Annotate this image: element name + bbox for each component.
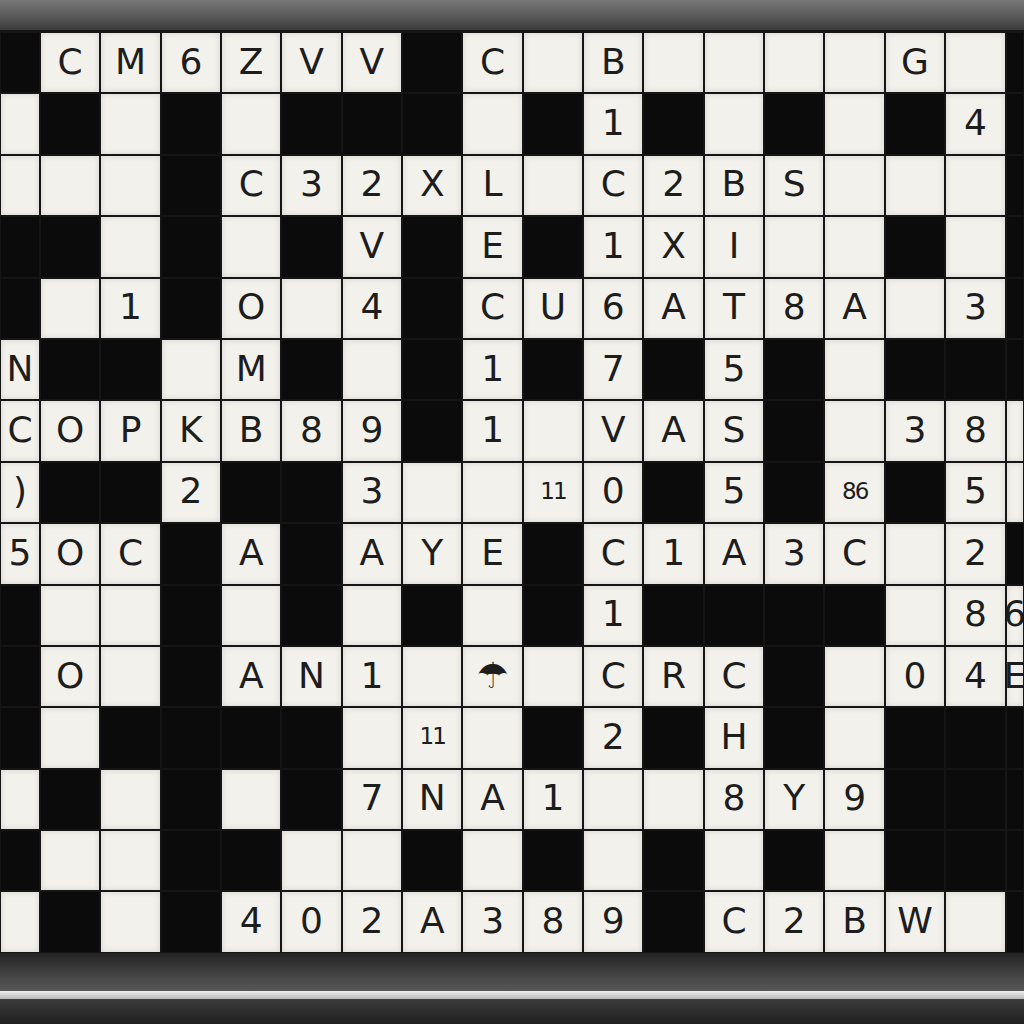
cell-r4c9[interactable]: U xyxy=(523,278,583,339)
cell-glyph: R xyxy=(661,658,686,694)
block-cell-r8c3 xyxy=(161,523,221,584)
cell-r14c0[interactable] xyxy=(0,891,40,952)
cell-r6c15[interactable]: 3 xyxy=(885,400,945,461)
cell-glyph: 3 xyxy=(783,535,806,571)
cell-r4c16[interactable]: 3 xyxy=(945,278,1005,339)
cell-r6c6[interactable]: 9 xyxy=(342,400,402,461)
block-cell-r4c7 xyxy=(402,278,462,339)
cell-r7c16[interactable]: 5 xyxy=(945,462,1005,523)
cell-glyph: 1 xyxy=(541,780,564,816)
block-cell-r4c17 xyxy=(1006,278,1024,339)
cell-r4c15[interactable] xyxy=(885,278,945,339)
cell-r5c12[interactable]: 5 xyxy=(704,339,764,400)
cell-r3c8[interactable]: E xyxy=(462,216,522,277)
cell-r8c4[interactable]: A xyxy=(221,523,281,584)
cell-r10c8[interactable]: ☂ xyxy=(462,646,522,707)
cell-r11c14[interactable] xyxy=(824,707,884,768)
cell-glyph: 9 xyxy=(602,903,625,939)
cell-r8c15[interactable] xyxy=(885,523,945,584)
cell-glyph: 2 xyxy=(360,903,383,939)
cell-r14c5[interactable]: 0 xyxy=(281,891,341,952)
cell-glyph: W xyxy=(897,903,933,939)
cell-r10c15[interactable]: 0 xyxy=(885,646,945,707)
cell-r3c13[interactable] xyxy=(764,216,824,277)
block-cell-r12c16 xyxy=(945,769,1005,830)
cell-r5c8[interactable]: 1 xyxy=(462,339,522,400)
cell-glyph: 3 xyxy=(964,289,987,325)
cell-glyph: M xyxy=(115,44,146,80)
cell-r0c1[interactable]: C xyxy=(40,32,100,93)
cell-glyph: 1 xyxy=(602,228,625,264)
cell-glyph: C xyxy=(480,289,505,325)
cell-r8c14[interactable]: C xyxy=(824,523,884,584)
cell-r3c11[interactable]: X xyxy=(643,216,703,277)
cell-glyph: S xyxy=(783,166,806,202)
cell-r9c4[interactable] xyxy=(221,585,281,646)
cell-r7c14[interactable]: 86 xyxy=(824,462,884,523)
cell-glyph: 7 xyxy=(360,780,383,816)
cell-r1c0[interactable] xyxy=(0,93,40,154)
cell-r1c8[interactable] xyxy=(462,93,522,154)
cell-glyph: 1 xyxy=(481,351,504,387)
cell-r2c14[interactable] xyxy=(824,155,884,216)
cell-r0c15[interactable]: G xyxy=(885,32,945,93)
cell-glyph: 4 xyxy=(240,903,263,939)
cell-glyph: 5 xyxy=(723,351,746,387)
cell-r6c2[interactable]: P xyxy=(100,400,160,461)
cell-r1c10[interactable]: 1 xyxy=(583,93,643,154)
cell-glyph: 8 xyxy=(541,903,564,939)
cell-r3c12[interactable]: I xyxy=(704,216,764,277)
cell-r9c8[interactable] xyxy=(462,585,522,646)
cell-glyph: C xyxy=(721,903,746,939)
block-cell-r5c1 xyxy=(40,339,100,400)
cell-r8c12[interactable]: A xyxy=(704,523,764,584)
cell-r12c12[interactable]: 8 xyxy=(704,769,764,830)
cell-r10c1[interactable]: O xyxy=(40,646,100,707)
cell-r6c1[interactable]: O xyxy=(40,400,100,461)
block-cell-r5c5 xyxy=(281,339,341,400)
cell-glyph: U xyxy=(540,289,566,325)
cell-glyph: O xyxy=(56,535,84,571)
cell-r2c7[interactable]: X xyxy=(402,155,462,216)
cell-glyph: A xyxy=(722,535,747,571)
cell-r11c8[interactable] xyxy=(462,707,522,768)
cell-glyph: V xyxy=(360,228,385,264)
cell-r0c14[interactable] xyxy=(824,32,884,93)
block-cell-r0c0 xyxy=(0,32,40,93)
block-cell-r7c15 xyxy=(885,462,945,523)
cell-r3c4[interactable] xyxy=(221,216,281,277)
cell-r2c2[interactable] xyxy=(100,155,160,216)
cell-r1c14[interactable] xyxy=(824,93,884,154)
cell-glyph: N xyxy=(419,780,446,816)
cell-glyph: C xyxy=(601,535,626,571)
cell-r8c16[interactable]: 2 xyxy=(945,523,1005,584)
cell-r7c7[interactable] xyxy=(402,462,462,523)
cell-r4c14[interactable]: A xyxy=(824,278,884,339)
cell-r7c9[interactable]: 11 xyxy=(523,462,583,523)
block-cell-r5c17 xyxy=(1006,339,1024,400)
cell-glyph: 4 xyxy=(964,658,987,694)
cell-glyph: N xyxy=(7,351,34,387)
cell-glyph: 8 xyxy=(300,412,323,448)
cell-r0c12[interactable] xyxy=(704,32,764,93)
cell-r8c7[interactable]: Y xyxy=(402,523,462,584)
cell-r11c1[interactable] xyxy=(40,707,100,768)
cell-r8c11[interactable]: 1 xyxy=(643,523,703,584)
cell-r5c4[interactable]: M xyxy=(221,339,281,400)
block-cell-r11c3 xyxy=(161,707,221,768)
cell-r6c12[interactable]: S xyxy=(704,400,764,461)
cell-glyph: C xyxy=(601,166,626,202)
cell-r0c13[interactable] xyxy=(764,32,824,93)
block-cell-r7c2 xyxy=(100,462,160,523)
table-surface-bottom xyxy=(0,953,1024,1024)
cell-glyph: 1 xyxy=(481,412,504,448)
cell-r6c14[interactable] xyxy=(824,400,884,461)
cell-r2c10[interactable]: C xyxy=(583,155,643,216)
cell-r7c0[interactable]: ) xyxy=(0,462,40,523)
cell-glyph: ☂ xyxy=(476,658,508,694)
cell-r14c4[interactable]: 4 xyxy=(221,891,281,952)
cell-r0c8[interactable]: C xyxy=(462,32,522,93)
cell-r0c2[interactable]: M xyxy=(100,32,160,93)
cell-r2c8[interactable]: L xyxy=(462,155,522,216)
cell-r1c16[interactable]: 4 xyxy=(945,93,1005,154)
cell-r2c16[interactable] xyxy=(945,155,1005,216)
cell-r1c2[interactable] xyxy=(100,93,160,154)
cell-r14c10[interactable]: 9 xyxy=(583,891,643,952)
block-cell-r5c15 xyxy=(885,339,945,400)
cell-r12c13[interactable]: Y xyxy=(764,769,824,830)
cell-r2c4[interactable]: C xyxy=(221,155,281,216)
block-cell-r14c11 xyxy=(643,891,703,952)
cell-r14c8[interactable]: 3 xyxy=(462,891,522,952)
block-cell-r13c13 xyxy=(764,830,824,891)
cell-r4c12[interactable]: T xyxy=(704,278,764,339)
cell-r8c2[interactable]: C xyxy=(100,523,160,584)
cell-r14c13[interactable]: 2 xyxy=(764,891,824,952)
cell-r10c9[interactable] xyxy=(523,646,583,707)
cell-r10c16[interactable]: 4 xyxy=(945,646,1005,707)
cell-r7c10[interactable]: 0 xyxy=(583,462,643,523)
cell-r0c11[interactable] xyxy=(643,32,703,93)
cell-glyph: O xyxy=(56,658,84,694)
cell-glyph: C xyxy=(7,412,32,448)
cell-r14c16[interactable] xyxy=(945,891,1005,952)
cell-r4c5[interactable] xyxy=(281,278,341,339)
cell-glyph: 11 xyxy=(420,725,445,748)
cell-r7c6[interactable]: 3 xyxy=(342,462,402,523)
cell-r2c5[interactable]: 3 xyxy=(281,155,341,216)
cell-r6c0[interactable]: C xyxy=(0,400,40,461)
cell-glyph: A xyxy=(360,535,385,571)
block-cell-r14c17 xyxy=(1006,891,1024,952)
cell-glyph: 1 xyxy=(119,289,142,325)
cell-r6c9[interactable] xyxy=(523,400,583,461)
cell-glyph: 7 xyxy=(602,351,625,387)
cell-glyph: Y xyxy=(421,535,443,571)
cell-r13c14[interactable] xyxy=(824,830,884,891)
cell-r9c6[interactable] xyxy=(342,585,402,646)
cell-glyph: E xyxy=(481,535,504,571)
cell-r12c7[interactable]: N xyxy=(402,769,462,830)
cell-r4c2[interactable]: 1 xyxy=(100,278,160,339)
cell-r8c0[interactable]: 5 xyxy=(0,523,40,584)
cell-r2c11[interactable]: 2 xyxy=(643,155,703,216)
cell-glyph: A xyxy=(661,289,686,325)
cell-r9c10[interactable]: 1 xyxy=(583,585,643,646)
block-cell-r11c0 xyxy=(0,707,40,768)
cell-r4c4[interactable]: O xyxy=(221,278,281,339)
cell-r12c14[interactable]: 9 xyxy=(824,769,884,830)
cell-r9c1[interactable] xyxy=(40,585,100,646)
block-cell-r11c9 xyxy=(523,707,583,768)
block-cell-r1c11 xyxy=(643,93,703,154)
block-cell-r13c9 xyxy=(523,830,583,891)
block-cell-r9c12 xyxy=(704,585,764,646)
block-cell-r9c0 xyxy=(0,585,40,646)
block-cell-r2c17 xyxy=(1006,155,1024,216)
cell-r10c5[interactable]: N xyxy=(281,646,341,707)
cell-r13c8[interactable] xyxy=(462,830,522,891)
cell-glyph: A xyxy=(239,535,264,571)
block-cell-r1c17 xyxy=(1006,93,1024,154)
cell-r14c9[interactable]: 8 xyxy=(523,891,583,952)
cell-r2c13[interactable]: S xyxy=(764,155,824,216)
cell-glyph: N xyxy=(298,658,325,694)
block-cell-r10c0 xyxy=(0,646,40,707)
cell-glyph: C xyxy=(601,658,626,694)
cell-r11c12[interactable]: H xyxy=(704,707,764,768)
cell-r3c14[interactable] xyxy=(824,216,884,277)
cell-r10c4[interactable]: A xyxy=(221,646,281,707)
cell-r7c17[interactable] xyxy=(1006,462,1024,523)
cell-glyph: 8 xyxy=(964,412,987,448)
cell-glyph: 0 xyxy=(300,903,323,939)
block-cell-r10c13 xyxy=(764,646,824,707)
block-cell-r13c4 xyxy=(221,830,281,891)
cell-r0c10[interactable]: B xyxy=(583,32,643,93)
cell-r2c15[interactable] xyxy=(885,155,945,216)
cell-glyph: 11 xyxy=(540,480,565,503)
table-surface-lower xyxy=(0,999,1024,1024)
cell-r0c3[interactable]: 6 xyxy=(161,32,221,93)
cell-r6c17[interactable] xyxy=(1006,400,1024,461)
block-cell-r5c7 xyxy=(402,339,462,400)
cell-r2c0[interactable] xyxy=(0,155,40,216)
cell-r4c1[interactable] xyxy=(40,278,100,339)
cell-glyph: 1 xyxy=(360,658,383,694)
cell-glyph: C xyxy=(721,658,746,694)
cell-r1c12[interactable] xyxy=(704,93,764,154)
cell-glyph: 6 xyxy=(602,289,625,325)
block-cell-r0c7 xyxy=(402,32,462,93)
cell-glyph: 1 xyxy=(662,535,685,571)
cell-glyph: Z xyxy=(239,44,264,80)
cell-r14c7[interactable]: A xyxy=(402,891,462,952)
block-cell-r1c15 xyxy=(885,93,945,154)
cell-r10c12[interactable]: C xyxy=(704,646,764,707)
cell-r6c3[interactable]: K xyxy=(161,400,221,461)
cell-r9c16[interactable]: 8 xyxy=(945,585,1005,646)
cell-glyph: X xyxy=(420,166,445,202)
cell-r4c11[interactable]: A xyxy=(643,278,703,339)
cell-r14c6[interactable]: 2 xyxy=(342,891,402,952)
cell-r5c3[interactable] xyxy=(161,339,221,400)
block-cell-r4c0 xyxy=(0,278,40,339)
cell-r13c2[interactable] xyxy=(100,830,160,891)
cell-glyph: Y xyxy=(783,780,805,816)
cell-r13c6[interactable] xyxy=(342,830,402,891)
cell-r8c10[interactable]: C xyxy=(583,523,643,584)
block-cell-r11c13 xyxy=(764,707,824,768)
cell-r0c6[interactable]: V xyxy=(342,32,402,93)
cell-r10c14[interactable] xyxy=(824,646,884,707)
cell-glyph: C xyxy=(239,166,264,202)
cell-r12c9[interactable]: 1 xyxy=(523,769,583,830)
cell-r7c12[interactable]: 5 xyxy=(704,462,764,523)
cell-glyph: 4 xyxy=(360,289,383,325)
cell-r10c10[interactable]: C xyxy=(583,646,643,707)
cell-r2c1[interactable] xyxy=(40,155,100,216)
cell-r14c12[interactable]: C xyxy=(704,891,764,952)
cell-r6c4[interactable]: B xyxy=(221,400,281,461)
cell-r6c10[interactable]: V xyxy=(583,400,643,461)
cell-r4c13[interactable]: 8 xyxy=(764,278,824,339)
cell-r4c10[interactable]: 6 xyxy=(583,278,643,339)
block-cell-r5c13 xyxy=(764,339,824,400)
block-cell-r10c3 xyxy=(161,646,221,707)
cell-r13c10[interactable] xyxy=(583,830,643,891)
cell-r11c10[interactable]: 2 xyxy=(583,707,643,768)
cell-r12c2[interactable] xyxy=(100,769,160,830)
cell-r9c17[interactable]: 6 xyxy=(1006,585,1024,646)
cell-r12c6[interactable]: 7 xyxy=(342,769,402,830)
cell-glyph: 2 xyxy=(964,535,987,571)
cell-r2c12[interactable]: B xyxy=(704,155,764,216)
cell-r9c2[interactable] xyxy=(100,585,160,646)
block-cell-r3c15 xyxy=(885,216,945,277)
cell-r5c10[interactable]: 7 xyxy=(583,339,643,400)
cell-r14c15[interactable]: W xyxy=(885,891,945,952)
cell-glyph: 9 xyxy=(360,412,383,448)
block-cell-r11c16 xyxy=(945,707,1005,768)
block-cell-r1c13 xyxy=(764,93,824,154)
cell-r12c10[interactable] xyxy=(583,769,643,830)
block-cell-r6c7 xyxy=(402,400,462,461)
cell-r5c0[interactable]: N xyxy=(0,339,40,400)
block-cell-r9c5 xyxy=(281,585,341,646)
cell-r7c3[interactable]: 2 xyxy=(161,462,221,523)
block-cell-r11c4 xyxy=(221,707,281,768)
cell-glyph: V xyxy=(299,44,324,80)
cell-r2c6[interactable]: 2 xyxy=(342,155,402,216)
cell-glyph: 5 xyxy=(964,473,987,509)
cell-r8c1[interactable]: O xyxy=(40,523,100,584)
block-cell-r6c13 xyxy=(764,400,824,461)
cell-r11c6[interactable] xyxy=(342,707,402,768)
cell-r6c16[interactable]: 8 xyxy=(945,400,1005,461)
cell-r0c4[interactable]: Z xyxy=(221,32,281,93)
cell-glyph: I xyxy=(729,228,740,264)
cell-glyph: 9 xyxy=(843,780,866,816)
cell-r0c5[interactable]: V xyxy=(281,32,341,93)
block-cell-r1c5 xyxy=(281,93,341,154)
cell-r0c16[interactable] xyxy=(945,32,1005,93)
cell-r4c6[interactable]: 4 xyxy=(342,278,402,339)
cell-glyph: L xyxy=(483,166,503,202)
cell-glyph: G xyxy=(901,44,929,80)
cell-r10c6[interactable]: 1 xyxy=(342,646,402,707)
cell-r14c14[interactable]: B xyxy=(824,891,884,952)
cell-glyph: M xyxy=(236,351,267,387)
block-cell-r12c3 xyxy=(161,769,221,830)
block-cell-r14c3 xyxy=(161,891,221,952)
cell-r3c10[interactable]: 1 xyxy=(583,216,643,277)
cell-r10c2[interactable] xyxy=(100,646,160,707)
cell-r9c15[interactable] xyxy=(885,585,945,646)
cell-r3c16[interactable] xyxy=(945,216,1005,277)
cell-r13c5[interactable] xyxy=(281,830,341,891)
cell-r8c8[interactable]: E xyxy=(462,523,522,584)
cell-r5c14[interactable] xyxy=(824,339,884,400)
crossword-board: CM6ZVVCBG14C32XLC2BSVE1XI1O4CU6AT8A3NM17… xyxy=(0,32,1024,953)
block-cell-r1c3 xyxy=(161,93,221,154)
cell-r7c8[interactable] xyxy=(462,462,522,523)
cell-r14c2[interactable] xyxy=(100,891,160,952)
cell-glyph: O xyxy=(56,412,84,448)
cell-r6c8[interactable]: 1 xyxy=(462,400,522,461)
block-cell-r13c16 xyxy=(945,830,1005,891)
block-cell-r8c5 xyxy=(281,523,341,584)
block-cell-r5c9 xyxy=(523,339,583,400)
cell-r12c8[interactable]: A xyxy=(462,769,522,830)
block-cell-r11c11 xyxy=(643,707,703,768)
cell-r6c5[interactable]: 8 xyxy=(281,400,341,461)
cell-r4c8[interactable]: C xyxy=(462,278,522,339)
cell-r13c1[interactable] xyxy=(40,830,100,891)
cell-r5c6[interactable] xyxy=(342,339,402,400)
cell-r0c9[interactable] xyxy=(523,32,583,93)
cell-r8c13[interactable]: 3 xyxy=(764,523,824,584)
cell-r13c12[interactable] xyxy=(704,830,764,891)
cell-r3c6[interactable]: V xyxy=(342,216,402,277)
cell-r12c11[interactable] xyxy=(643,769,703,830)
cell-r12c0[interactable] xyxy=(0,769,40,830)
cell-glyph: C xyxy=(480,44,505,80)
cell-r1c4[interactable] xyxy=(221,93,281,154)
cell-r8c6[interactable]: A xyxy=(342,523,402,584)
block-cell-r5c16 xyxy=(945,339,1005,400)
cell-r2c9[interactable] xyxy=(523,155,583,216)
cell-r6c11[interactable]: A xyxy=(643,400,703,461)
cell-r11c7[interactable]: 11 xyxy=(402,707,462,768)
cell-r12c4[interactable] xyxy=(221,769,281,830)
cell-glyph: B xyxy=(842,903,867,939)
cell-r3c2[interactable] xyxy=(100,216,160,277)
block-cell-r5c11 xyxy=(643,339,703,400)
cell-glyph: C xyxy=(842,535,867,571)
block-cell-r11c15 xyxy=(885,707,945,768)
cell-r10c11[interactable]: R xyxy=(643,646,703,707)
block-cell-r11c17 xyxy=(1006,707,1024,768)
cell-glyph: E xyxy=(1006,658,1024,694)
cell-r10c7[interactable] xyxy=(402,646,462,707)
cell-r10c17[interactable]: E xyxy=(1006,646,1024,707)
block-cell-r0c17 xyxy=(1006,32,1024,93)
